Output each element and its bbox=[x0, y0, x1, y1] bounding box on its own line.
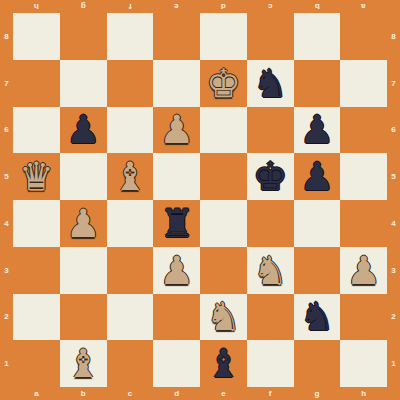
file-label-top-e: e bbox=[153, 0, 200, 13]
square-a1[interactable] bbox=[13, 340, 60, 387]
square-c5[interactable]: ♝ bbox=[107, 153, 154, 200]
rank-label-right-2: 2 bbox=[387, 294, 400, 341]
square-f6[interactable] bbox=[247, 107, 294, 154]
square-f7[interactable]: ♞ bbox=[247, 60, 294, 107]
square-a3[interactable] bbox=[13, 247, 60, 294]
square-h8[interactable] bbox=[340, 13, 387, 60]
piece-white-knight[interactable]: ♞ bbox=[253, 251, 288, 290]
chessboard: hgfedcba abcdefgh 87654321 87654321 ♚♞♟♟… bbox=[0, 0, 400, 400]
file-label-bottom-e: e bbox=[200, 387, 247, 400]
square-b5[interactable] bbox=[60, 153, 107, 200]
rank-label-right-3: 3 bbox=[387, 247, 400, 294]
piece-black-bishop[interactable]: ♝ bbox=[206, 344, 241, 383]
file-label-top-d: d bbox=[200, 0, 247, 13]
square-d8[interactable] bbox=[153, 13, 200, 60]
square-f5[interactable]: ♚ bbox=[247, 153, 294, 200]
square-a6[interactable] bbox=[13, 107, 60, 154]
rank-label-left-3: 3 bbox=[0, 247, 13, 294]
square-e5[interactable] bbox=[200, 153, 247, 200]
rank-label-right-5: 5 bbox=[387, 153, 400, 200]
rank-label-right-4: 4 bbox=[387, 200, 400, 247]
square-c6[interactable] bbox=[107, 107, 154, 154]
file-label-bottom-a: a bbox=[13, 387, 60, 400]
piece-black-knight[interactable]: ♞ bbox=[299, 297, 334, 336]
square-g2[interactable]: ♞ bbox=[294, 294, 341, 341]
square-g1[interactable] bbox=[294, 340, 341, 387]
piece-white-knight[interactable]: ♞ bbox=[206, 297, 241, 336]
square-b8[interactable] bbox=[60, 13, 107, 60]
rank-label-left-7: 7 bbox=[0, 60, 13, 107]
file-label-bottom-g: g bbox=[294, 387, 341, 400]
rank-label-right-8: 8 bbox=[387, 13, 400, 60]
rank-label-left-1: 1 bbox=[0, 340, 13, 387]
square-f3[interactable]: ♞ bbox=[247, 247, 294, 294]
piece-black-king[interactable]: ♚ bbox=[253, 157, 288, 196]
square-d6[interactable]: ♟ bbox=[153, 107, 200, 154]
piece-black-pawn[interactable]: ♟ bbox=[66, 110, 101, 149]
file-label-top-c: c bbox=[247, 0, 294, 13]
rank-label-left-6: 6 bbox=[0, 107, 13, 154]
square-b3[interactable] bbox=[60, 247, 107, 294]
square-h4[interactable] bbox=[340, 200, 387, 247]
square-b4[interactable]: ♟ bbox=[60, 200, 107, 247]
square-e6[interactable] bbox=[200, 107, 247, 154]
piece-white-pawn[interactable]: ♟ bbox=[66, 204, 101, 243]
square-b6[interactable]: ♟ bbox=[60, 107, 107, 154]
square-d5[interactable] bbox=[153, 153, 200, 200]
rank-labels-left: 87654321 bbox=[0, 13, 13, 387]
piece-white-bishop[interactable]: ♝ bbox=[112, 157, 147, 196]
file-label-top-f: f bbox=[107, 0, 154, 13]
piece-white-bishop[interactable]: ♝ bbox=[66, 344, 101, 383]
square-f1[interactable] bbox=[247, 340, 294, 387]
square-d2[interactable] bbox=[153, 294, 200, 341]
square-c1[interactable] bbox=[107, 340, 154, 387]
piece-white-king[interactable]: ♚ bbox=[206, 64, 241, 103]
piece-black-rook[interactable]: ♜ bbox=[159, 204, 194, 243]
file-label-bottom-d: d bbox=[153, 387, 200, 400]
rank-label-right-7: 7 bbox=[387, 60, 400, 107]
file-labels-top: hgfedcba bbox=[13, 0, 387, 13]
square-d3[interactable]: ♟ bbox=[153, 247, 200, 294]
piece-white-pawn[interactable]: ♟ bbox=[159, 251, 194, 290]
rank-label-left-8: 8 bbox=[0, 13, 13, 60]
file-label-bottom-h: h bbox=[340, 387, 387, 400]
piece-black-pawn[interactable]: ♟ bbox=[299, 157, 334, 196]
square-c8[interactable] bbox=[107, 13, 154, 60]
square-c4[interactable] bbox=[107, 200, 154, 247]
piece-black-knight[interactable]: ♞ bbox=[253, 64, 288, 103]
file-label-top-h: h bbox=[13, 0, 60, 13]
piece-white-queen[interactable]: ♛ bbox=[19, 157, 54, 196]
square-g7[interactable] bbox=[294, 60, 341, 107]
square-h6[interactable] bbox=[340, 107, 387, 154]
square-e2[interactable]: ♞ bbox=[200, 294, 247, 341]
file-labels-bottom: abcdefgh bbox=[13, 387, 387, 400]
rank-label-right-6: 6 bbox=[387, 107, 400, 154]
file-label-top-g: g bbox=[60, 0, 107, 13]
piece-white-pawn[interactable]: ♟ bbox=[159, 110, 194, 149]
file-label-bottom-f: f bbox=[247, 387, 294, 400]
square-h3[interactable]: ♟ bbox=[340, 247, 387, 294]
square-b7[interactable] bbox=[60, 60, 107, 107]
square-g6[interactable]: ♟ bbox=[294, 107, 341, 154]
square-c2[interactable] bbox=[107, 294, 154, 341]
file-label-top-a: a bbox=[340, 0, 387, 13]
piece-white-pawn[interactable]: ♟ bbox=[346, 251, 381, 290]
file-label-bottom-c: c bbox=[107, 387, 154, 400]
square-b1[interactable]: ♝ bbox=[60, 340, 107, 387]
square-b2[interactable] bbox=[60, 294, 107, 341]
square-e3[interactable] bbox=[200, 247, 247, 294]
square-d4[interactable]: ♜ bbox=[153, 200, 200, 247]
square-c7[interactable] bbox=[107, 60, 154, 107]
rank-labels-right: 87654321 bbox=[387, 13, 400, 387]
square-e7[interactable]: ♚ bbox=[200, 60, 247, 107]
square-f2[interactable] bbox=[247, 294, 294, 341]
rank-label-right-1: 1 bbox=[387, 340, 400, 387]
square-a4[interactable] bbox=[13, 200, 60, 247]
rank-label-left-5: 5 bbox=[0, 153, 13, 200]
file-label-bottom-b: b bbox=[60, 387, 107, 400]
square-a5[interactable]: ♛ bbox=[13, 153, 60, 200]
square-e1[interactable]: ♝ bbox=[200, 340, 247, 387]
square-c3[interactable] bbox=[107, 247, 154, 294]
square-e8[interactable] bbox=[200, 13, 247, 60]
square-g4[interactable] bbox=[294, 200, 341, 247]
square-g5[interactable]: ♟ bbox=[294, 153, 341, 200]
square-e4[interactable] bbox=[200, 200, 247, 247]
square-h5[interactable] bbox=[340, 153, 387, 200]
file-label-top-b: b bbox=[294, 0, 341, 13]
square-h2[interactable] bbox=[340, 294, 387, 341]
rank-label-left-4: 4 bbox=[0, 200, 13, 247]
square-f4[interactable] bbox=[247, 200, 294, 247]
square-a2[interactable] bbox=[13, 294, 60, 341]
square-h1[interactable] bbox=[340, 340, 387, 387]
square-d1[interactable] bbox=[153, 340, 200, 387]
square-a8[interactable] bbox=[13, 13, 60, 60]
square-f8[interactable] bbox=[247, 13, 294, 60]
piece-black-pawn[interactable]: ♟ bbox=[299, 110, 334, 149]
rank-label-left-2: 2 bbox=[0, 294, 13, 341]
square-d7[interactable] bbox=[153, 60, 200, 107]
square-g8[interactable] bbox=[294, 13, 341, 60]
square-a7[interactable] bbox=[13, 60, 60, 107]
square-g3[interactable] bbox=[294, 247, 341, 294]
square-h7[interactable] bbox=[340, 60, 387, 107]
board-grid: ♚♞♟♟♟♛♝♚♟♟♜♟♞♟♞♞♝♝ bbox=[13, 13, 387, 387]
